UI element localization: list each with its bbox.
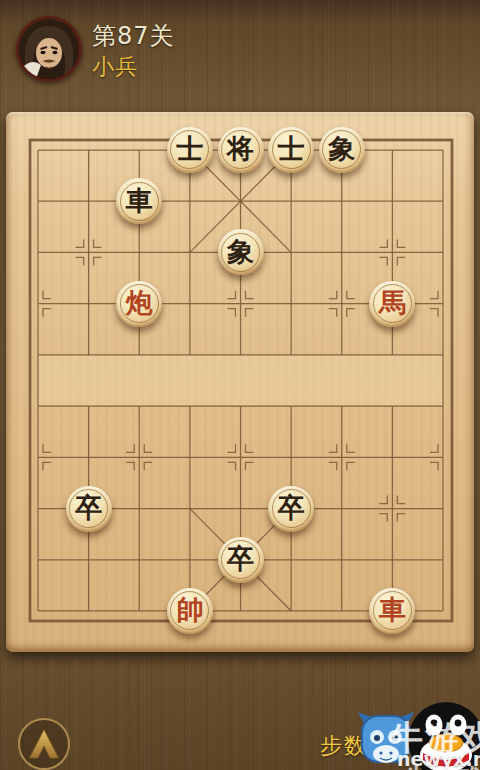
piece-glyph: 車: [126, 187, 153, 214]
piece-black-elephant-right[interactable]: 象: [319, 127, 365, 173]
piece-glyph: 馬: [379, 289, 406, 316]
piece-black-general[interactable]: 将: [218, 127, 264, 173]
piece-glyph: 士: [278, 135, 305, 162]
piece-glyph: 象: [227, 238, 254, 265]
piece-red-general[interactable]: 帥: [167, 588, 213, 634]
piece-red-chariot[interactable]: 車: [369, 588, 415, 634]
piece-black-elephant-center[interactable]: 象: [218, 229, 264, 275]
level-subtitle: 小兵: [92, 52, 138, 82]
piece-black-soldier-center[interactable]: 卒: [218, 537, 264, 583]
piece-layer: 士将士象車象炮馬卒卒卒帥車: [13, 124, 469, 636]
watermark-fragment: 牛游戏: [404, 762, 480, 770]
level-title: 第87关: [92, 20, 175, 52]
piece-black-soldier-right[interactable]: 卒: [268, 486, 314, 532]
piece-glyph: 車: [379, 596, 406, 623]
piece-glyph: 帥: [176, 596, 203, 623]
xiangqi-board[interactable]: 士将士象車象炮馬卒卒卒帥車: [6, 112, 474, 652]
piece-glyph: 象: [328, 135, 355, 162]
piece-glyph: 卒: [278, 494, 305, 521]
piece-glyph: 卒: [227, 545, 254, 572]
piece-glyph: 卒: [75, 494, 102, 521]
chevron-up-icon: [17, 717, 71, 770]
player-avatar[interactable]: [16, 16, 82, 82]
piece-red-horse[interactable]: 馬: [369, 281, 415, 327]
piece-black-soldier-left[interactable]: 卒: [66, 486, 112, 532]
piece-glyph: 炮: [126, 289, 153, 316]
game-screen: 第87关 小兵 士将士象車象炮馬卒卒卒帥車 步数: [0, 0, 480, 770]
piece-red-cannon[interactable]: 炮: [116, 281, 162, 327]
piece-black-advisor-left[interactable]: 士: [167, 127, 213, 173]
piece-glyph: 将: [227, 135, 254, 162]
piece-glyph: 士: [176, 135, 203, 162]
back-button[interactable]: [17, 717, 71, 770]
avatar-face-icon: [19, 19, 79, 79]
piece-black-chariot[interactable]: 車: [116, 178, 162, 224]
piece-black-advisor-right[interactable]: 士: [268, 127, 314, 173]
